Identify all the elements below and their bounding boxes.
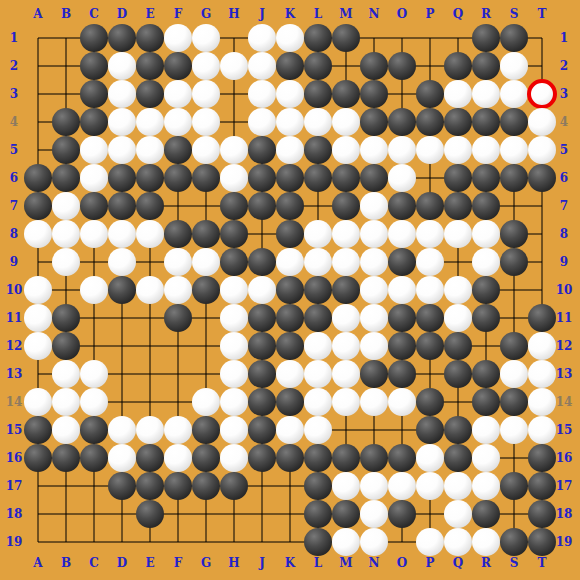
board-cell-E13[interactable]	[136, 360, 164, 388]
board-cell-O19[interactable]	[388, 528, 416, 556]
board-cell-K16[interactable]	[276, 444, 304, 472]
board-cell-F14[interactable]	[164, 388, 192, 416]
board-cell-B18[interactable]	[52, 500, 80, 528]
board-cell-C14[interactable]	[80, 388, 108, 416]
board-cell-B8[interactable]	[52, 220, 80, 248]
board-cell-F12[interactable]	[164, 332, 192, 360]
board-cell-H13[interactable]	[220, 360, 248, 388]
board-cell-C6[interactable]	[80, 164, 108, 192]
board-cell-M2[interactable]	[332, 52, 360, 80]
board-cell-F13[interactable]	[164, 360, 192, 388]
board-cell-P16[interactable]	[416, 444, 444, 472]
board-cell-N18[interactable]	[360, 500, 388, 528]
board-cell-T1[interactable]	[528, 24, 556, 52]
board-cell-G10[interactable]	[192, 276, 220, 304]
board-cell-D1[interactable]	[108, 24, 136, 52]
board-cell-D10[interactable]	[108, 276, 136, 304]
board-cell-M9[interactable]	[332, 248, 360, 276]
board-cell-B13[interactable]	[52, 360, 80, 388]
board-cell-Q17[interactable]	[444, 472, 472, 500]
board-cell-E3[interactable]	[136, 80, 164, 108]
board-cell-A7[interactable]	[24, 192, 52, 220]
board-cell-L2[interactable]	[304, 52, 332, 80]
board-cell-L19[interactable]	[304, 528, 332, 556]
board-cell-O12[interactable]	[388, 332, 416, 360]
board-cell-D3[interactable]	[108, 80, 136, 108]
board-cell-O3[interactable]	[388, 80, 416, 108]
board-cell-J15[interactable]	[248, 416, 276, 444]
board-cell-C7[interactable]	[80, 192, 108, 220]
board-cell-M5[interactable]	[332, 136, 360, 164]
board-cell-G14[interactable]	[192, 388, 220, 416]
board-cell-D6[interactable]	[108, 164, 136, 192]
board-cell-H11[interactable]	[220, 304, 248, 332]
board-cell-D19[interactable]	[108, 528, 136, 556]
board-cell-Q13[interactable]	[444, 360, 472, 388]
board-cell-C1[interactable]	[80, 24, 108, 52]
board-cell-D8[interactable]	[108, 220, 136, 248]
board-cell-R16[interactable]	[472, 444, 500, 472]
board-cell-B10[interactable]	[52, 276, 80, 304]
board-cell-J16[interactable]	[248, 444, 276, 472]
board-cell-L4[interactable]	[304, 108, 332, 136]
board-cell-G1[interactable]	[192, 24, 220, 52]
board-cell-J4[interactable]	[248, 108, 276, 136]
board-cell-F3[interactable]	[164, 80, 192, 108]
board-cell-L8[interactable]	[304, 220, 332, 248]
board-cell-E14[interactable]	[136, 388, 164, 416]
board-cell-P13[interactable]	[416, 360, 444, 388]
board-cell-H12[interactable]	[220, 332, 248, 360]
board-cell-R13[interactable]	[472, 360, 500, 388]
board-cell-G11[interactable]	[192, 304, 220, 332]
board-cell-S15[interactable]	[500, 416, 528, 444]
board-cell-R17[interactable]	[472, 472, 500, 500]
board-cell-L3[interactable]	[304, 80, 332, 108]
board-cell-R4[interactable]	[472, 108, 500, 136]
board-cell-Q5[interactable]	[444, 136, 472, 164]
board-cell-O11[interactable]	[388, 304, 416, 332]
board-cell-S10[interactable]	[500, 276, 528, 304]
board-cell-K19[interactable]	[276, 528, 304, 556]
board-cell-K15[interactable]	[276, 416, 304, 444]
board-cell-Q19[interactable]	[444, 528, 472, 556]
board-cell-M16[interactable]	[332, 444, 360, 472]
board-cell-M13[interactable]	[332, 360, 360, 388]
board-cell-C9[interactable]	[80, 248, 108, 276]
board-cell-T12[interactable]	[528, 332, 556, 360]
board-cell-P14[interactable]	[416, 388, 444, 416]
board-cell-C5[interactable]	[80, 136, 108, 164]
board-cell-H3[interactable]	[220, 80, 248, 108]
board-cell-O2[interactable]	[388, 52, 416, 80]
board-cell-F11[interactable]	[164, 304, 192, 332]
board-cell-P12[interactable]	[416, 332, 444, 360]
board-cell-G19[interactable]	[192, 528, 220, 556]
board-cell-J11[interactable]	[248, 304, 276, 332]
board-cell-R10[interactable]	[472, 276, 500, 304]
board-cell-B2[interactable]	[52, 52, 80, 80]
board-cell-R6[interactable]	[472, 164, 500, 192]
board-cell-Q11[interactable]	[444, 304, 472, 332]
board-cell-P2[interactable]	[416, 52, 444, 80]
board-cell-O9[interactable]	[388, 248, 416, 276]
board-cell-G12[interactable]	[192, 332, 220, 360]
board-cell-E19[interactable]	[136, 528, 164, 556]
board-cell-R5[interactable]	[472, 136, 500, 164]
board-cell-E2[interactable]	[136, 52, 164, 80]
board-cell-K4[interactable]	[276, 108, 304, 136]
board-cell-G7[interactable]	[192, 192, 220, 220]
board-cell-T15[interactable]	[528, 416, 556, 444]
board-cell-N9[interactable]	[360, 248, 388, 276]
board-cell-O5[interactable]	[388, 136, 416, 164]
board-cell-G2[interactable]	[192, 52, 220, 80]
board-cell-D7[interactable]	[108, 192, 136, 220]
board-cell-M18[interactable]	[332, 500, 360, 528]
board-cell-G6[interactable]	[192, 164, 220, 192]
board-cell-F18[interactable]	[164, 500, 192, 528]
board-cell-L12[interactable]	[304, 332, 332, 360]
board-cell-E6[interactable]	[136, 164, 164, 192]
board-cell-K6[interactable]	[276, 164, 304, 192]
board-cell-G15[interactable]	[192, 416, 220, 444]
board-cell-H14[interactable]	[220, 388, 248, 416]
board-cell-M15[interactable]	[332, 416, 360, 444]
board-cell-T18[interactable]	[528, 500, 556, 528]
board-cell-M17[interactable]	[332, 472, 360, 500]
board-cell-R11[interactable]	[472, 304, 500, 332]
board-cell-S11[interactable]	[500, 304, 528, 332]
board-cell-F6[interactable]	[164, 164, 192, 192]
board-cell-G8[interactable]	[192, 220, 220, 248]
board-cell-D9[interactable]	[108, 248, 136, 276]
board-cell-C11[interactable]	[80, 304, 108, 332]
board-cell-O7[interactable]	[388, 192, 416, 220]
board-cell-S14[interactable]	[500, 388, 528, 416]
board-cell-P1[interactable]	[416, 24, 444, 52]
board-cell-N7[interactable]	[360, 192, 388, 220]
board-cell-A6[interactable]	[24, 164, 52, 192]
board-cell-Q9[interactable]	[444, 248, 472, 276]
board-cell-H18[interactable]	[220, 500, 248, 528]
board-cell-C10[interactable]	[80, 276, 108, 304]
board-cell-A16[interactable]	[24, 444, 52, 472]
board-cell-C16[interactable]	[80, 444, 108, 472]
board-cell-P6[interactable]	[416, 164, 444, 192]
board-cell-O14[interactable]	[388, 388, 416, 416]
board-cell-D13[interactable]	[108, 360, 136, 388]
board-cell-A17[interactable]	[24, 472, 52, 500]
board-cell-B19[interactable]	[52, 528, 80, 556]
board-cell-L18[interactable]	[304, 500, 332, 528]
board-cell-S18[interactable]	[500, 500, 528, 528]
board-cell-J3[interactable]	[248, 80, 276, 108]
board-cell-O17[interactable]	[388, 472, 416, 500]
board-cell-N3[interactable]	[360, 80, 388, 108]
board-cell-N1[interactable]	[360, 24, 388, 52]
board-cell-J1[interactable]	[248, 24, 276, 52]
board-cell-L6[interactable]	[304, 164, 332, 192]
board-cell-F19[interactable]	[164, 528, 192, 556]
board-cell-F1[interactable]	[164, 24, 192, 52]
board-cell-M14[interactable]	[332, 388, 360, 416]
board-cell-G16[interactable]	[192, 444, 220, 472]
board-cell-K11[interactable]	[276, 304, 304, 332]
board-cell-F4[interactable]	[164, 108, 192, 136]
board-cell-B11[interactable]	[52, 304, 80, 332]
board-cell-S7[interactable]	[500, 192, 528, 220]
board-cell-D2[interactable]	[108, 52, 136, 80]
board-cell-D15[interactable]	[108, 416, 136, 444]
board-cell-B6[interactable]	[52, 164, 80, 192]
board-cell-S13[interactable]	[500, 360, 528, 388]
board-cell-N14[interactable]	[360, 388, 388, 416]
board-cell-A12[interactable]	[24, 332, 52, 360]
board-cell-C2[interactable]	[80, 52, 108, 80]
board-cell-Q2[interactable]	[444, 52, 472, 80]
board-cell-O1[interactable]	[388, 24, 416, 52]
board-cell-J7[interactable]	[248, 192, 276, 220]
board-cell-E1[interactable]	[136, 24, 164, 52]
board-cell-L7[interactable]	[304, 192, 332, 220]
board-cell-D14[interactable]	[108, 388, 136, 416]
board-cell-J5[interactable]	[248, 136, 276, 164]
board-cell-E16[interactable]	[136, 444, 164, 472]
board-cell-S2[interactable]	[500, 52, 528, 80]
board-cell-G13[interactable]	[192, 360, 220, 388]
board-cell-F8[interactable]	[164, 220, 192, 248]
board-cell-S1[interactable]	[500, 24, 528, 52]
board-cell-P9[interactable]	[416, 248, 444, 276]
board-cell-S19[interactable]	[500, 528, 528, 556]
board-cell-E4[interactable]	[136, 108, 164, 136]
board-cell-C17[interactable]	[80, 472, 108, 500]
board-cell-K13[interactable]	[276, 360, 304, 388]
board-cell-Q7[interactable]	[444, 192, 472, 220]
board-cell-D12[interactable]	[108, 332, 136, 360]
board-cell-R2[interactable]	[472, 52, 500, 80]
board-cell-K9[interactable]	[276, 248, 304, 276]
board-cell-N15[interactable]	[360, 416, 388, 444]
board-cell-P19[interactable]	[416, 528, 444, 556]
board-cell-T4[interactable]	[528, 108, 556, 136]
board-cell-O18[interactable]	[388, 500, 416, 528]
board-cell-K5[interactable]	[276, 136, 304, 164]
board-cell-N5[interactable]	[360, 136, 388, 164]
board-cell-F16[interactable]	[164, 444, 192, 472]
board-cell-T3[interactable]	[528, 80, 556, 108]
board-cell-P15[interactable]	[416, 416, 444, 444]
board-cell-E8[interactable]	[136, 220, 164, 248]
board-cell-R19[interactable]	[472, 528, 500, 556]
board-cell-K7[interactable]	[276, 192, 304, 220]
board-cell-T19[interactable]	[528, 528, 556, 556]
board-cell-B14[interactable]	[52, 388, 80, 416]
board-cell-H17[interactable]	[220, 472, 248, 500]
board-cell-B3[interactable]	[52, 80, 80, 108]
board-cell-D11[interactable]	[108, 304, 136, 332]
board-cell-E7[interactable]	[136, 192, 164, 220]
board-cell-S9[interactable]	[500, 248, 528, 276]
board-cell-C3[interactable]	[80, 80, 108, 108]
board-cell-B12[interactable]	[52, 332, 80, 360]
board-cell-C18[interactable]	[80, 500, 108, 528]
board-cell-C4[interactable]	[80, 108, 108, 136]
board-cell-H10[interactable]	[220, 276, 248, 304]
board-cell-T6[interactable]	[528, 164, 556, 192]
board-cell-L11[interactable]	[304, 304, 332, 332]
board-cell-G3[interactable]	[192, 80, 220, 108]
board-cell-E12[interactable]	[136, 332, 164, 360]
board-cell-E5[interactable]	[136, 136, 164, 164]
board-cell-M4[interactable]	[332, 108, 360, 136]
board-cell-M10[interactable]	[332, 276, 360, 304]
board-cell-P7[interactable]	[416, 192, 444, 220]
board-cell-M19[interactable]	[332, 528, 360, 556]
board-cell-Q4[interactable]	[444, 108, 472, 136]
board-cell-B9[interactable]	[52, 248, 80, 276]
board-cell-G4[interactable]	[192, 108, 220, 136]
board-cell-O4[interactable]	[388, 108, 416, 136]
board-cell-L9[interactable]	[304, 248, 332, 276]
board-cell-M12[interactable]	[332, 332, 360, 360]
board-cell-O16[interactable]	[388, 444, 416, 472]
board-cell-R1[interactable]	[472, 24, 500, 52]
board-cell-F9[interactable]	[164, 248, 192, 276]
board-cell-A14[interactable]	[24, 388, 52, 416]
board-cell-L16[interactable]	[304, 444, 332, 472]
board-cell-H9[interactable]	[220, 248, 248, 276]
board-cell-T5[interactable]	[528, 136, 556, 164]
board-cell-R15[interactable]	[472, 416, 500, 444]
board-cell-R9[interactable]	[472, 248, 500, 276]
board-cell-J12[interactable]	[248, 332, 276, 360]
board-cell-J17[interactable]	[248, 472, 276, 500]
board-cell-J8[interactable]	[248, 220, 276, 248]
board-cell-T2[interactable]	[528, 52, 556, 80]
board-cell-S16[interactable]	[500, 444, 528, 472]
board-cell-K1[interactable]	[276, 24, 304, 52]
board-cell-O15[interactable]	[388, 416, 416, 444]
board-cell-P4[interactable]	[416, 108, 444, 136]
board-cell-P8[interactable]	[416, 220, 444, 248]
board-cell-D18[interactable]	[108, 500, 136, 528]
board-cell-M1[interactable]	[332, 24, 360, 52]
board-cell-T7[interactable]	[528, 192, 556, 220]
board-cell-E15[interactable]	[136, 416, 164, 444]
board-cell-O13[interactable]	[388, 360, 416, 388]
board-cell-A4[interactable]	[24, 108, 52, 136]
board-cell-J2[interactable]	[248, 52, 276, 80]
board-cell-L13[interactable]	[304, 360, 332, 388]
board-cell-E18[interactable]	[136, 500, 164, 528]
board-cell-B15[interactable]	[52, 416, 80, 444]
board-cell-S17[interactable]	[500, 472, 528, 500]
board-cell-R12[interactable]	[472, 332, 500, 360]
board-cell-J6[interactable]	[248, 164, 276, 192]
board-cell-T9[interactable]	[528, 248, 556, 276]
board-cell-G5[interactable]	[192, 136, 220, 164]
board-cell-K8[interactable]	[276, 220, 304, 248]
board-cell-F2[interactable]	[164, 52, 192, 80]
board-cell-P18[interactable]	[416, 500, 444, 528]
board-cell-T13[interactable]	[528, 360, 556, 388]
board-cell-B17[interactable]	[52, 472, 80, 500]
board-cell-J18[interactable]	[248, 500, 276, 528]
board-cell-H8[interactable]	[220, 220, 248, 248]
board-cell-K3[interactable]	[276, 80, 304, 108]
board-cell-H16[interactable]	[220, 444, 248, 472]
board-cell-O8[interactable]	[388, 220, 416, 248]
board-cell-A11[interactable]	[24, 304, 52, 332]
board-cell-E9[interactable]	[136, 248, 164, 276]
board-cell-B7[interactable]	[52, 192, 80, 220]
board-cell-F17[interactable]	[164, 472, 192, 500]
board-cell-F10[interactable]	[164, 276, 192, 304]
board-cell-G17[interactable]	[192, 472, 220, 500]
board-cell-A3[interactable]	[24, 80, 52, 108]
board-cell-B16[interactable]	[52, 444, 80, 472]
board-cell-R8[interactable]	[472, 220, 500, 248]
board-cell-K17[interactable]	[276, 472, 304, 500]
board-cell-J10[interactable]	[248, 276, 276, 304]
board-cell-A2[interactable]	[24, 52, 52, 80]
board-cell-M8[interactable]	[332, 220, 360, 248]
board-cell-B5[interactable]	[52, 136, 80, 164]
board-cell-C12[interactable]	[80, 332, 108, 360]
board-cell-A10[interactable]	[24, 276, 52, 304]
board-cell-L10[interactable]	[304, 276, 332, 304]
board-cell-L1[interactable]	[304, 24, 332, 52]
board-cell-A13[interactable]	[24, 360, 52, 388]
board-cell-Q6[interactable]	[444, 164, 472, 192]
board-cell-T10[interactable]	[528, 276, 556, 304]
board-cell-T17[interactable]	[528, 472, 556, 500]
board-cell-Q1[interactable]	[444, 24, 472, 52]
board-cell-G9[interactable]	[192, 248, 220, 276]
board-cell-F15[interactable]	[164, 416, 192, 444]
board-cell-A15[interactable]	[24, 416, 52, 444]
board-cell-C8[interactable]	[80, 220, 108, 248]
board-cell-D16[interactable]	[108, 444, 136, 472]
board-cell-R3[interactable]	[472, 80, 500, 108]
board-cell-M3[interactable]	[332, 80, 360, 108]
board-cell-A9[interactable]	[24, 248, 52, 276]
board-cell-N12[interactable]	[360, 332, 388, 360]
board-cell-E11[interactable]	[136, 304, 164, 332]
board-cell-Q12[interactable]	[444, 332, 472, 360]
board-cell-Q8[interactable]	[444, 220, 472, 248]
board-cell-P10[interactable]	[416, 276, 444, 304]
board-cell-C13[interactable]	[80, 360, 108, 388]
board-cell-M11[interactable]	[332, 304, 360, 332]
board-cell-T8[interactable]	[528, 220, 556, 248]
board-cell-N16[interactable]	[360, 444, 388, 472]
board-cell-T11[interactable]	[528, 304, 556, 332]
board-cell-Q14[interactable]	[444, 388, 472, 416]
board-cell-H4[interactable]	[220, 108, 248, 136]
board-cell-B4[interactable]	[52, 108, 80, 136]
board-cell-N10[interactable]	[360, 276, 388, 304]
board-cell-H2[interactable]	[220, 52, 248, 80]
board-cell-J13[interactable]	[248, 360, 276, 388]
board-cell-Q16[interactable]	[444, 444, 472, 472]
board-cell-S3[interactable]	[500, 80, 528, 108]
board-cell-Q18[interactable]	[444, 500, 472, 528]
board-cell-A8[interactable]	[24, 220, 52, 248]
board-cell-H19[interactable]	[220, 528, 248, 556]
